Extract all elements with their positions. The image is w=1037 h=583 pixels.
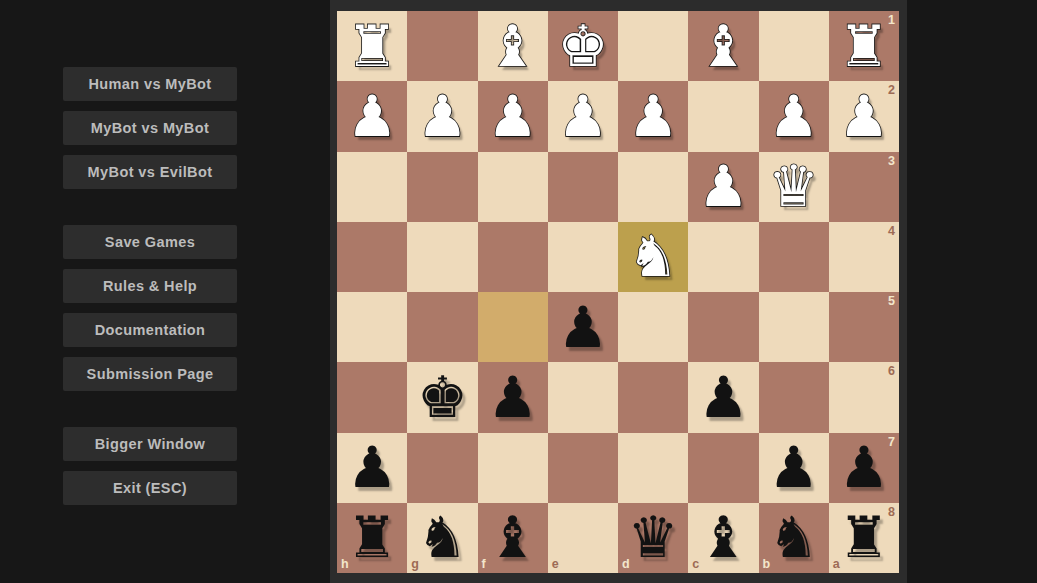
square-d6[interactable] [618,362,688,432]
square-b2[interactable]: ♟ [759,81,829,151]
square-g8[interactable]: ♞g [407,503,477,573]
square-c4[interactable] [688,222,758,292]
submission-page-button[interactable]: Submission Page [63,357,237,391]
square-d5[interactable] [618,292,688,362]
black-pawn-piece: ♟ [478,362,548,432]
square-e2[interactable]: ♟ [548,81,618,151]
square-a3[interactable]: 3 [829,152,899,222]
file-label-g: g [411,558,419,571]
square-d1[interactable] [618,11,688,81]
square-a5[interactable]: 5 [829,292,899,362]
rules-help-button[interactable]: Rules & Help [63,269,237,303]
square-b8[interactable]: ♞b [759,503,829,573]
square-c8[interactable]: ♝c [688,503,758,573]
square-d4[interactable]: ♞ [618,222,688,292]
white-pawn-piece: ♟ [407,81,477,151]
square-g6[interactable]: ♚ [407,362,477,432]
square-a4[interactable]: 4 [829,222,899,292]
square-h3[interactable] [337,152,407,222]
square-f2[interactable]: ♟ [478,81,548,151]
white-pawn-piece: ♟ [759,81,829,151]
square-d8[interactable]: ♛d [618,503,688,573]
white-pawn-piece: ♟ [337,81,407,151]
square-c3[interactable]: ♟ [688,152,758,222]
square-a7[interactable]: ♟7 [829,433,899,503]
square-b6[interactable] [759,362,829,432]
square-e5[interactable]: ♟ [548,292,618,362]
rank-label-1: 1 [888,14,895,27]
rank-label-5: 5 [888,295,895,308]
board-panel: ♜♝♚♝♜1♟♟♟♟♟♟♟2♟♛3♞4♟5♚♟♟6♟♟♟7♜h♞g♝fe♛d♝c… [330,0,907,583]
white-king-piece: ♚ [548,11,618,81]
square-d2[interactable]: ♟ [618,81,688,151]
square-a8[interactable]: ♜8a [829,503,899,573]
square-h4[interactable] [337,222,407,292]
documentation-button[interactable]: Documentation [63,313,237,347]
square-e6[interactable] [548,362,618,432]
black-pawn-piece: ♟ [337,433,407,503]
square-h5[interactable] [337,292,407,362]
square-f1[interactable]: ♝ [478,11,548,81]
square-g2[interactable]: ♟ [407,81,477,151]
file-label-e: e [552,558,559,571]
rank-label-8: 8 [888,506,895,519]
rank-label-2: 2 [888,84,895,97]
square-f6[interactable]: ♟ [478,362,548,432]
square-c2[interactable] [688,81,758,151]
white-pawn-piece: ♟ [618,81,688,151]
rank-label-4: 4 [888,225,895,238]
black-king-piece: ♚ [407,362,477,432]
square-g4[interactable] [407,222,477,292]
file-label-f: f [482,558,486,571]
rank-label-7: 7 [888,436,895,449]
square-c1[interactable]: ♝ [688,11,758,81]
black-pawn-piece: ♟ [759,433,829,503]
square-g3[interactable] [407,152,477,222]
square-e1[interactable]: ♚ [548,11,618,81]
square-c6[interactable]: ♟ [688,362,758,432]
square-e8[interactable]: e [548,503,618,573]
square-h6[interactable] [337,362,407,432]
white-pawn-piece: ♟ [688,152,758,222]
save-games-button[interactable]: Save Games [63,225,237,259]
square-g1[interactable] [407,11,477,81]
square-e4[interactable] [548,222,618,292]
square-b1[interactable] [759,11,829,81]
square-f7[interactable] [478,433,548,503]
square-h2[interactable]: ♟ [337,81,407,151]
square-f3[interactable] [478,152,548,222]
square-f8[interactable]: ♝f [478,503,548,573]
file-label-d: d [622,558,630,571]
black-pawn-piece: ♟ [688,362,758,432]
square-a1[interactable]: ♜1 [829,11,899,81]
mybot-vs-mybot-button[interactable]: MyBot vs MyBot [63,111,237,145]
file-label-a: a [833,558,840,571]
square-b3[interactable]: ♛ [759,152,829,222]
exit-button[interactable]: Exit (ESC) [63,471,237,505]
file-label-h: h [341,558,349,571]
square-a6[interactable]: 6 [829,362,899,432]
square-c5[interactable] [688,292,758,362]
white-queen-piece: ♛ [759,152,829,222]
square-b7[interactable]: ♟ [759,433,829,503]
bigger-window-button[interactable]: Bigger Window [63,427,237,461]
white-pawn-piece: ♟ [478,81,548,151]
white-bishop-piece: ♝ [478,11,548,81]
square-g7[interactable] [407,433,477,503]
rank-label-6: 6 [888,365,895,378]
square-e3[interactable] [548,152,618,222]
file-label-c: c [692,558,699,571]
square-h1[interactable]: ♜ [337,11,407,81]
square-b4[interactable] [759,222,829,292]
square-b5[interactable] [759,292,829,362]
human-vs-mybot-button[interactable]: Human vs MyBot [63,67,237,101]
square-e7[interactable] [548,433,618,503]
chess-board: ♜♝♚♝♜1♟♟♟♟♟♟♟2♟♛3♞4♟5♚♟♟6♟♟♟7♜h♞g♝fe♛d♝c… [337,11,899,573]
white-rook-piece: ♜ [337,11,407,81]
white-pawn-piece: ♟ [548,81,618,151]
rank-label-3: 3 [888,155,895,168]
white-knight-piece: ♞ [618,222,688,292]
square-d3[interactable] [618,152,688,222]
square-f5[interactable] [478,292,548,362]
file-label-b: b [763,558,771,571]
square-a2[interactable]: ♟2 [829,81,899,151]
mybot-vs-evilbot-button[interactable]: MyBot vs EvilBot [63,155,237,189]
square-g5[interactable] [407,292,477,362]
black-pawn-piece: ♟ [548,292,618,362]
square-h7[interactable]: ♟ [337,433,407,503]
square-h8[interactable]: ♜h [337,503,407,573]
black-bishop-piece: ♝ [478,503,548,573]
white-bishop-piece: ♝ [688,11,758,81]
square-d7[interactable] [618,433,688,503]
square-c7[interactable] [688,433,758,503]
square-f4[interactable] [478,222,548,292]
